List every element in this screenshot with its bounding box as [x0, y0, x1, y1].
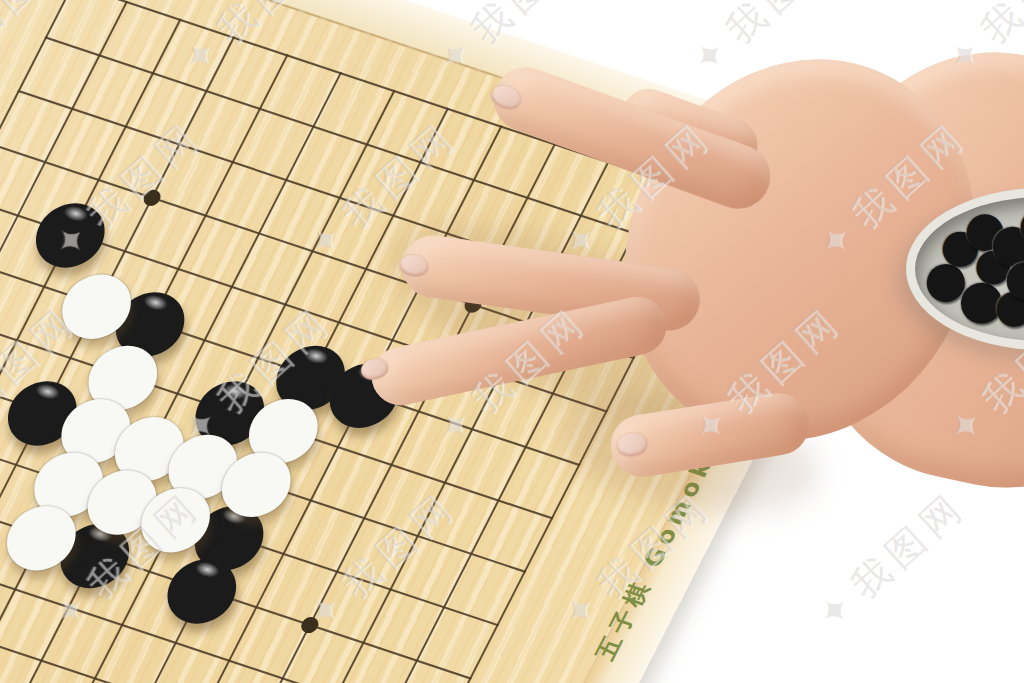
watermark-logo-icon: ✦ [684, 24, 743, 83]
watermark-logo-icon: ✦ [809, 579, 868, 638]
photo-stage: ●●●●●●●●●●●●●●●●●●●● 五子棋 Gomoku ●●●●●●●●… [0, 0, 1024, 683]
bowl-black-stone: ● [1004, 252, 1024, 302]
watermark-logo-icon: ✦ [939, 24, 998, 83]
watermark-text: ✦我图网 [682, 0, 853, 86]
watermark-text: ✦我图网 [937, 0, 1024, 86]
watermark-text: ✦我图网 [807, 480, 978, 641]
